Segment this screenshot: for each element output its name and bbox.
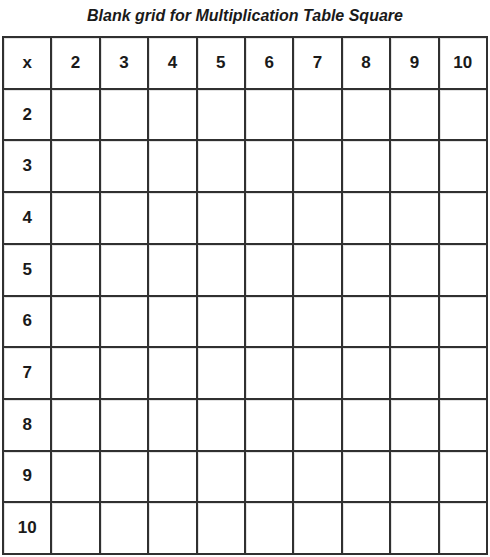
column-header-cell: 5 [198,38,244,88]
column-header-cell: 4 [149,38,195,88]
column-header-cell: 3 [101,38,147,88]
grid-cell [391,452,437,502]
grid-cell [391,245,437,295]
grid-cell [52,400,98,450]
grid-cell [246,400,292,450]
row-label-cell: 6 [4,297,50,347]
grid-cell [198,141,244,191]
grid-cell [101,503,147,553]
grid-cell [294,193,340,243]
grid-cell [391,141,437,191]
grid-cell [101,193,147,243]
grid-cell [343,452,389,502]
row-label-cell: 9 [4,452,50,502]
grid-cell [343,348,389,398]
row-label-cell: 5 [4,245,50,295]
grid-cell [440,193,486,243]
grid-cell [198,400,244,450]
grid-cell [343,193,389,243]
grid-cell [149,90,195,140]
multiplication-grid: x23456789102345678910 [2,36,488,555]
grid-cell [440,400,486,450]
grid-cell [246,348,292,398]
column-header-cell: 7 [294,38,340,88]
grid-cell [294,452,340,502]
grid-cell [440,503,486,553]
grid-cell [149,141,195,191]
grid-cell [246,141,292,191]
row-label-cell: 8 [4,400,50,450]
grid-cell [440,452,486,502]
grid-cell [52,90,98,140]
grid-cell [343,141,389,191]
grid-cell [52,297,98,347]
row-label-cell: 2 [4,90,50,140]
row-label-cell: 7 [4,348,50,398]
grid-cell [101,141,147,191]
grid-cell [294,90,340,140]
grid-cell [391,348,437,398]
worksheet-page: Blank grid for Multiplication Table Squa… [0,0,490,557]
grid-cell [440,348,486,398]
grid-cell [246,297,292,347]
grid-cell [149,400,195,450]
grid-cell [198,193,244,243]
grid-cell [343,400,389,450]
grid-cell [440,245,486,295]
grid-cell [101,90,147,140]
grid-cell [246,452,292,502]
grid-cell [198,297,244,347]
grid-cell [246,90,292,140]
grid-cell [294,503,340,553]
grid-cell [101,348,147,398]
grid-cell [149,297,195,347]
grid-cell [198,452,244,502]
grid-cell [440,141,486,191]
grid-cell [101,400,147,450]
grid-cell [149,503,195,553]
column-header-cell: 6 [246,38,292,88]
grid-cell [391,400,437,450]
corner-cell: x [4,38,50,88]
grid-cell [101,245,147,295]
grid-cell [246,503,292,553]
row-label-cell: 3 [4,141,50,191]
grid-cell [52,141,98,191]
grid-cell [149,452,195,502]
grid-cell [343,503,389,553]
grid-cell [440,90,486,140]
column-header-cell: 2 [52,38,98,88]
grid-cell [440,297,486,347]
grid-cell [149,348,195,398]
grid-cell [246,245,292,295]
grid-cell [294,348,340,398]
grid-cell [149,193,195,243]
row-label-cell: 10 [4,503,50,553]
grid-cell [52,348,98,398]
grid-cell [198,348,244,398]
page-title: Blank grid for Multiplication Table Squa… [0,0,490,36]
grid-cell [198,245,244,295]
grid-cell [52,503,98,553]
grid-cell [198,90,244,140]
grid-cell [294,297,340,347]
grid-cell [343,245,389,295]
grid-cell [391,503,437,553]
grid-cell [149,245,195,295]
grid-cell [101,297,147,347]
column-header-cell: 8 [343,38,389,88]
grid-cell [52,245,98,295]
grid-cell [246,193,292,243]
grid-cell [52,452,98,502]
grid-cell [391,90,437,140]
column-header-cell: 9 [391,38,437,88]
grid-cell [391,193,437,243]
column-header-cell: 10 [440,38,486,88]
grid-cell [343,297,389,347]
grid-cell [391,297,437,347]
grid-cell [101,452,147,502]
grid-cell [343,90,389,140]
grid-cell [294,141,340,191]
grid-cell [52,193,98,243]
row-label-cell: 4 [4,193,50,243]
grid-cell [294,245,340,295]
grid-cell [198,503,244,553]
grid-cell [294,400,340,450]
